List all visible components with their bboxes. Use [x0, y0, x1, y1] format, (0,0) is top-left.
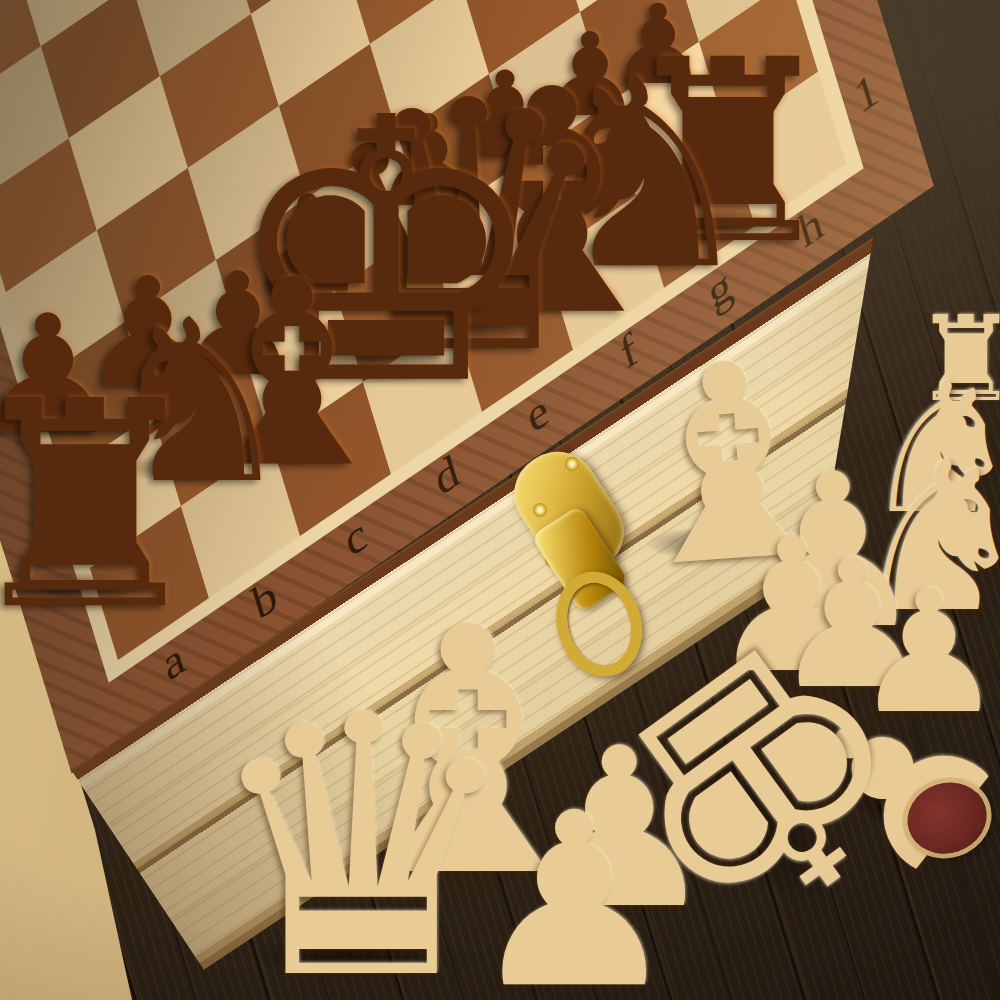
rank-label-1: 1	[849, 65, 883, 122]
chess-set-photo: a b c d e f g h 1 ♜♞♝♚♛♝♞♜♟♟♟♟♟♟♟♟♛♝♟♟♝♟…	[0, 0, 1000, 1000]
clasp-screw	[533, 503, 547, 517]
file-label-b: b	[248, 571, 282, 628]
clasp-screw	[565, 457, 579, 471]
black-rook: ♜	[0, 364, 213, 649]
white-pawn: ♟	[466, 781, 681, 1000]
